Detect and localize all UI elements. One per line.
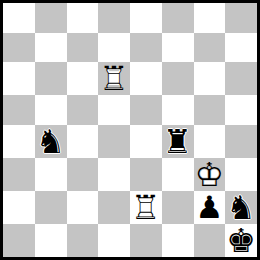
square-g4[interactable]	[194, 125, 226, 158]
square-e7[interactable]	[130, 33, 162, 63]
square-a4[interactable]	[3, 125, 35, 158]
square-e1[interactable]	[130, 224, 162, 257]
square-h8[interactable]	[225, 3, 257, 33]
piece-black-pawn-g2[interactable]: ♟	[195, 192, 223, 223]
square-e5[interactable]	[130, 95, 162, 125]
square-d8[interactable]	[98, 3, 130, 33]
square-d6[interactable]: ♜♖	[98, 62, 130, 95]
square-h6[interactable]	[225, 62, 257, 95]
square-c3[interactable]	[67, 158, 99, 191]
square-g3[interactable]: ♚♔	[194, 158, 226, 191]
square-g7[interactable]	[194, 33, 226, 63]
square-b7[interactable]	[35, 33, 67, 63]
square-h3[interactable]	[225, 158, 257, 191]
square-c7[interactable]	[67, 33, 99, 63]
square-g8[interactable]	[194, 3, 226, 33]
square-h7[interactable]	[225, 33, 257, 63]
piece-white-rook-e2[interactable]: ♜♖	[131, 191, 161, 224]
white-rook-glyph: ♖	[99, 59, 129, 98]
square-e4[interactable]	[130, 125, 162, 158]
square-d2[interactable]	[98, 191, 130, 224]
square-g5[interactable]	[194, 95, 226, 125]
square-b1[interactable]	[35, 224, 67, 257]
black-rook-glyph: ♜	[163, 122, 193, 161]
square-h4[interactable]	[225, 125, 257, 158]
piece-white-rook-d6[interactable]: ♜♖	[99, 62, 129, 95]
square-e6[interactable]	[130, 62, 162, 95]
square-b5[interactable]	[35, 95, 67, 125]
square-h5[interactable]	[225, 95, 257, 125]
piece-white-king-g3[interactable]: ♚♔	[195, 158, 225, 191]
square-f7[interactable]	[162, 33, 194, 63]
piece-black-knight-b4[interactable]: ♞	[36, 125, 66, 158]
square-a3[interactable]	[3, 158, 35, 191]
square-h2[interactable]: ♞	[225, 191, 257, 224]
square-a6[interactable]	[3, 62, 35, 95]
white-rook-glyph: ♖	[131, 188, 161, 227]
square-f3[interactable]	[162, 158, 194, 191]
square-d3[interactable]	[98, 158, 130, 191]
square-g2[interactable]: ♟	[194, 191, 226, 224]
square-b4[interactable]: ♞	[35, 125, 67, 158]
square-d1[interactable]	[98, 224, 130, 257]
square-e2[interactable]: ♜♖	[130, 191, 162, 224]
square-e8[interactable]	[130, 3, 162, 33]
square-f5[interactable]	[162, 95, 194, 125]
black-pawn-glyph: ♟	[195, 189, 223, 225]
square-b2[interactable]	[35, 191, 67, 224]
chess-board: ♜♖♞♜♚♔♜♖♟♞♚	[0, 0, 260, 260]
square-a5[interactable]	[3, 95, 35, 125]
square-h1[interactable]: ♚	[225, 224, 257, 257]
square-f6[interactable]	[162, 62, 194, 95]
square-c5[interactable]	[67, 95, 99, 125]
square-d7[interactable]	[98, 33, 130, 63]
square-a1[interactable]	[3, 224, 35, 257]
square-c8[interactable]	[67, 3, 99, 33]
square-g6[interactable]	[194, 62, 226, 95]
square-f1[interactable]	[162, 224, 194, 257]
square-a2[interactable]	[3, 191, 35, 224]
square-f2[interactable]	[162, 191, 194, 224]
square-g1[interactable]	[194, 224, 226, 257]
square-c2[interactable]	[67, 191, 99, 224]
square-a8[interactable]	[3, 3, 35, 33]
square-b6[interactable]	[35, 62, 67, 95]
square-f8[interactable]	[162, 3, 194, 33]
piece-black-king-h1[interactable]: ♚	[226, 224, 256, 257]
black-knight-glyph: ♞	[36, 122, 66, 161]
square-f4[interactable]: ♜	[162, 125, 194, 158]
square-b8[interactable]	[35, 3, 67, 33]
black-king-glyph: ♚	[226, 221, 256, 260]
piece-black-knight-h2[interactable]: ♞	[226, 191, 256, 224]
square-a7[interactable]	[3, 33, 35, 63]
square-c6[interactable]	[67, 62, 99, 95]
square-c1[interactable]	[67, 224, 99, 257]
square-c4[interactable]	[67, 125, 99, 158]
square-d4[interactable]	[98, 125, 130, 158]
square-e3[interactable]	[130, 158, 162, 191]
square-d5[interactable]	[98, 95, 130, 125]
piece-black-rook-f4[interactable]: ♜	[163, 125, 193, 158]
square-b3[interactable]	[35, 158, 67, 191]
